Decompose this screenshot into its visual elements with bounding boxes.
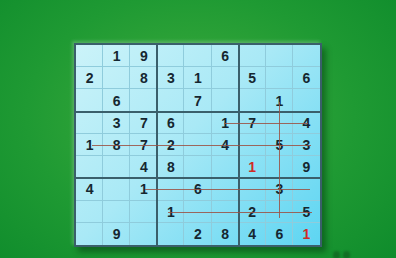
cell-r6c5[interactable] <box>184 156 211 178</box>
cell-r5c1[interactable]: 1 <box>76 134 103 156</box>
cell-r8c9[interactable]: 5 <box>293 201 320 223</box>
cell-r7c9[interactable] <box>293 178 320 200</box>
cell-r5c5[interactable] <box>184 134 211 156</box>
cell-r1c7[interactable] <box>239 45 266 67</box>
cell-r6c7[interactable]: 1 <box>239 156 266 178</box>
cell-r3c4[interactable] <box>157 89 184 111</box>
cell-r2c7[interactable]: 5 <box>239 67 266 89</box>
cell-r2c4[interactable]: 3 <box>157 67 184 89</box>
cell-r7c1[interactable]: 4 <box>76 178 103 200</box>
cell-r3c2[interactable]: 6 <box>103 89 130 111</box>
cell-r2c8[interactable] <box>266 67 293 89</box>
box-separator-vertical-1 <box>156 45 158 245</box>
cell-r7c7[interactable] <box>239 178 266 200</box>
cell-r7c8[interactable]: 3 <box>266 178 293 200</box>
cell-r7c5[interactable]: 6 <box>184 178 211 200</box>
sudoku-grid: 1962831566713761741872453481941631259284… <box>76 45 320 245</box>
cell-r5c7[interactable] <box>239 134 266 156</box>
cell-r9c2[interactable]: 9 <box>103 223 130 245</box>
watermark-smudge <box>332 251 352 258</box>
cell-r3c5[interactable]: 7 <box>184 89 211 111</box>
cell-r6c6[interactable] <box>212 156 239 178</box>
cell-r6c9[interactable]: 9 <box>293 156 320 178</box>
box-separator-vertical-2 <box>238 45 240 245</box>
cell-r2c1[interactable]: 2 <box>76 67 103 89</box>
cell-r1c6[interactable]: 6 <box>212 45 239 67</box>
cell-r5c6[interactable]: 4 <box>212 134 239 156</box>
cell-r1c2[interactable]: 1 <box>103 45 130 67</box>
cell-r1c8[interactable] <box>266 45 293 67</box>
cell-r4c6[interactable]: 1 <box>212 112 239 134</box>
cell-r8c8[interactable] <box>266 201 293 223</box>
watermark-blob <box>343 251 350 258</box>
cell-r6c1[interactable] <box>76 156 103 178</box>
cell-r8c2[interactable] <box>103 201 130 223</box>
cell-r6c2[interactable] <box>103 156 130 178</box>
cell-r4c7[interactable]: 7 <box>239 112 266 134</box>
cell-r9c3[interactable] <box>130 223 157 245</box>
cell-r4c8[interactable] <box>266 112 293 134</box>
cell-r1c3[interactable]: 9 <box>130 45 157 67</box>
cell-r4c2[interactable]: 3 <box>103 112 130 134</box>
cell-r1c5[interactable] <box>184 45 211 67</box>
cell-r2c3[interactable]: 8 <box>130 67 157 89</box>
cell-r3c3[interactable] <box>130 89 157 111</box>
box-separator-horizontal-2 <box>76 177 320 179</box>
cell-r2c5[interactable]: 1 <box>184 67 211 89</box>
cell-r3c1[interactable] <box>76 89 103 111</box>
cell-r4c9[interactable]: 4 <box>293 112 320 134</box>
cell-r8c6[interactable] <box>212 201 239 223</box>
cell-r4c3[interactable]: 7 <box>130 112 157 134</box>
cell-r1c1[interactable] <box>76 45 103 67</box>
cell-r5c2[interactable]: 8 <box>103 134 130 156</box>
cell-r5c4[interactable]: 2 <box>157 134 184 156</box>
cell-r3c7[interactable] <box>239 89 266 111</box>
cell-r9c5[interactable]: 2 <box>184 223 211 245</box>
cell-r9c6[interactable]: 8 <box>212 223 239 245</box>
cell-r2c6[interactable] <box>212 67 239 89</box>
cell-r6c3[interactable]: 4 <box>130 156 157 178</box>
cell-r6c8[interactable] <box>266 156 293 178</box>
cell-r7c2[interactable] <box>103 178 130 200</box>
cell-r1c9[interactable] <box>293 45 320 67</box>
cell-r5c9[interactable]: 3 <box>293 134 320 156</box>
cell-r9c7[interactable]: 4 <box>239 223 266 245</box>
cell-r4c5[interactable] <box>184 112 211 134</box>
cell-r4c1[interactable] <box>76 112 103 134</box>
cell-r8c5[interactable] <box>184 201 211 223</box>
cell-r3c6[interactable] <box>212 89 239 111</box>
cell-r8c4[interactable]: 1 <box>157 201 184 223</box>
cell-r1c4[interactable] <box>157 45 184 67</box>
cell-r2c9[interactable]: 6 <box>293 67 320 89</box>
cell-r2c2[interactable] <box>103 67 130 89</box>
sudoku-board: 1962831566713761741872453481941631259284… <box>74 43 322 247</box>
cell-r3c9[interactable] <box>293 89 320 111</box>
cell-r8c1[interactable] <box>76 201 103 223</box>
cell-r9c1[interactable] <box>76 223 103 245</box>
cell-r5c3[interactable]: 7 <box>130 134 157 156</box>
watermark-blob <box>333 251 340 258</box>
cell-r9c8[interactable]: 6 <box>266 223 293 245</box>
cell-r9c4[interactable] <box>157 223 184 245</box>
cell-r6c4[interactable]: 8 <box>157 156 184 178</box>
cell-r4c4[interactable]: 6 <box>157 112 184 134</box>
cell-r5c8[interactable]: 5 <box>266 134 293 156</box>
cell-r7c4[interactable] <box>157 178 184 200</box>
cell-r8c7[interactable]: 2 <box>239 201 266 223</box>
cell-r7c3[interactable]: 1 <box>130 178 157 200</box>
app-background: 1962831566713761741872453481941631259284… <box>0 0 396 258</box>
cell-r9c9[interactable]: 1 <box>293 223 320 245</box>
box-separator-horizontal-1 <box>76 111 320 113</box>
cell-r3c8[interactable]: 1 <box>266 89 293 111</box>
cell-r8c3[interactable] <box>130 201 157 223</box>
cell-r7c6[interactable] <box>212 178 239 200</box>
